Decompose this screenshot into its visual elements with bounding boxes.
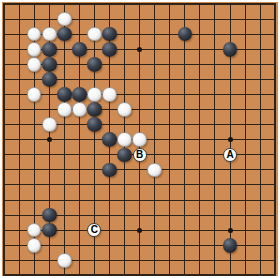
white-stone: [27, 57, 42, 72]
black-stone: [72, 87, 87, 102]
white-stone: [87, 27, 102, 42]
white-stone: [102, 87, 117, 102]
black-stone: [42, 72, 57, 87]
black-stone: [57, 27, 72, 42]
go-board[interactable]: ABC: [2, 2, 278, 276]
black-stone: [117, 148, 132, 163]
white-stone: [27, 42, 42, 57]
white-stone: [87, 87, 102, 102]
white-stone: [27, 87, 42, 102]
black-stone: [57, 87, 72, 102]
white-stone: [72, 102, 87, 117]
white-stone: [117, 102, 132, 117]
black-stone: [223, 238, 238, 253]
white-stone: [57, 12, 72, 27]
white-stone: [132, 132, 147, 147]
black-stone: [102, 163, 117, 178]
label-point-b[interactable]: B: [133, 148, 147, 162]
star-point: [228, 228, 233, 233]
board-frame: ABC: [0, 0, 280, 278]
white-stone: [117, 132, 132, 147]
star-point: [137, 47, 142, 52]
black-stone: [223, 42, 238, 57]
white-stone: [27, 238, 42, 253]
white-stone: [42, 27, 57, 42]
black-stone: [87, 102, 102, 117]
black-stone: [42, 42, 57, 57]
star-point: [47, 137, 52, 142]
white-stone: [57, 253, 72, 268]
white-stone: [57, 102, 72, 117]
white-stone: [147, 163, 162, 178]
black-stone: [42, 208, 57, 223]
black-stone: [102, 27, 117, 42]
black-stone: [102, 42, 117, 57]
star-point: [228, 137, 233, 142]
black-stone: [42, 57, 57, 72]
black-stone: [42, 223, 57, 238]
label-point-a[interactable]: A: [223, 148, 237, 162]
black-stone: [87, 57, 102, 72]
black-stone: [72, 42, 87, 57]
black-stone: [87, 117, 102, 132]
white-stone: [42, 117, 57, 132]
black-stone: [102, 132, 117, 147]
star-point: [137, 228, 142, 233]
